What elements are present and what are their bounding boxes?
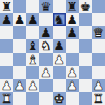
white-king-icon: ♚ [53,92,64,105]
square-a5[interactable] [0,39,13,52]
square-c3[interactable] [26,66,39,79]
white-pawn-icon: ♟ [67,79,78,92]
square-e6[interactable] [53,26,66,39]
square-e2[interactable] [53,79,66,92]
square-c7[interactable]: ♟ [26,13,39,26]
square-a4[interactable] [0,53,13,66]
white-pawn-icon: ♟ [40,66,51,79]
black-rook-icon: ♜ [67,0,78,13]
square-b6[interactable] [13,26,26,39]
white-pawn-icon: ♟ [14,79,25,92]
square-f5[interactable] [66,39,79,52]
square-g3[interactable] [79,66,92,79]
square-e3[interactable] [53,66,66,79]
square-b5[interactable] [13,39,26,52]
square-d7[interactable] [39,13,52,26]
square-f7[interactable]: ♟ [66,13,79,26]
square-d6[interactable]: ♟ [39,26,52,39]
square-a3[interactable] [0,66,13,79]
white-pawn-icon: ♟ [27,79,38,92]
black-pawn-icon: ♟ [67,26,78,39]
square-d4[interactable] [39,53,52,66]
square-f1[interactable] [66,92,79,105]
white-pawn-icon: ♟ [67,66,78,79]
black-pawn-icon: ♟ [53,39,64,52]
black-pawn-icon: ♟ [27,13,38,26]
square-e5[interactable]: ♟ [53,39,66,52]
square-e7[interactable]: ♞ [53,13,66,26]
square-f8[interactable]: ♜ [66,0,79,13]
square-c8[interactable] [26,0,39,13]
square-h8[interactable] [92,0,105,13]
square-c4[interactable]: ♝ [26,53,39,66]
square-h5[interactable] [92,39,105,52]
black-pawn-icon: ♟ [1,13,12,26]
black-pawn-icon: ♟ [40,26,51,39]
square-d8[interactable]: ♛ [39,0,52,13]
square-d3[interactable]: ♟ [39,66,52,79]
square-d1[interactable] [39,92,52,105]
square-h2[interactable]: ♟ [92,79,105,92]
square-b1[interactable] [13,92,26,105]
square-a8[interactable]: ♜ [0,0,13,13]
square-g7[interactable] [79,13,92,26]
square-g5[interactable] [79,39,92,52]
square-b2[interactable]: ♟ [13,79,26,92]
square-a2[interactable]: ♟ [0,79,13,92]
square-d5[interactable]: ♞ [39,39,52,52]
square-g1[interactable] [79,92,92,105]
black-king-icon: ♚ [80,0,91,13]
square-c2[interactable]: ♟ [26,79,39,92]
white-rook-icon: ♜ [1,92,12,105]
square-f6[interactable]: ♟ [66,26,79,39]
square-b8[interactable] [13,0,26,13]
square-c6[interactable] [26,26,39,39]
square-d2[interactable] [39,79,52,92]
square-a1[interactable]: ♜ [0,92,13,105]
white-pawn-icon: ♟ [93,79,104,92]
white-pawn-icon: ♟ [53,53,64,66]
square-a7[interactable]: ♟ [0,13,13,26]
square-h1[interactable]: ♜ [92,92,105,105]
square-c5[interactable]: ♝ [26,39,39,52]
square-a6[interactable] [0,26,13,39]
square-h3[interactable] [92,66,105,79]
square-e8[interactable] [53,0,66,13]
white-knight-icon: ♞ [40,39,51,52]
square-g4[interactable] [79,53,92,66]
black-knight-icon: ♞ [53,13,64,26]
white-queen-icon: ♛ [93,26,104,39]
square-c1[interactable] [26,92,39,105]
square-g6[interactable] [79,26,92,39]
square-f4[interactable] [66,53,79,66]
white-rook-icon: ♜ [93,92,104,105]
white-bishop-icon: ♝ [27,53,38,66]
square-b3[interactable] [13,66,26,79]
square-e1[interactable]: ♚ [53,92,66,105]
square-b4[interactable] [13,53,26,66]
square-f3[interactable]: ♟ [66,66,79,79]
square-h7[interactable] [92,13,105,26]
black-pawn-icon: ♟ [14,13,25,26]
square-f2[interactable]: ♟ [66,79,79,92]
square-h6[interactable]: ♛ [92,26,105,39]
square-g2[interactable] [79,79,92,92]
black-bishop-icon: ♝ [27,39,38,52]
black-queen-icon: ♛ [40,0,51,13]
chess-board[interactable]: ♜♛♜♚♟♟♟♞♟♟♟♛♝♞♟♝♟♟♟♟♟♟♟♟♜♚♜ [0,0,105,105]
square-e4[interactable]: ♟ [53,53,66,66]
black-rook-icon: ♜ [1,0,12,13]
square-h4[interactable] [92,53,105,66]
square-b7[interactable]: ♟ [13,13,26,26]
square-g8[interactable]: ♚ [79,0,92,13]
black-pawn-icon: ♟ [67,13,78,26]
white-pawn-icon: ♟ [1,79,12,92]
